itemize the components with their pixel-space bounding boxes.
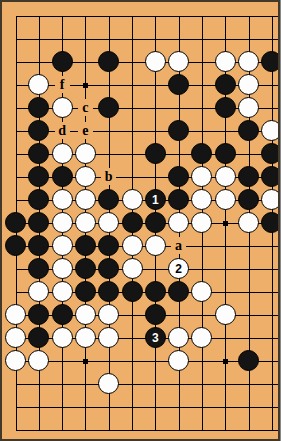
hoshi-point — [223, 359, 228, 364]
white-stone — [122, 258, 143, 279]
black-stone — [145, 304, 166, 325]
point-label-a: a — [171, 237, 186, 254]
black-stone — [215, 97, 236, 118]
white-stone — [98, 327, 119, 348]
black-stone — [52, 304, 73, 325]
black-stone — [28, 189, 49, 210]
move-number-stone-1: 1 — [145, 189, 166, 210]
white-stone — [215, 189, 236, 210]
white-stone — [98, 304, 119, 325]
black-stone — [52, 51, 73, 72]
black-stone — [145, 143, 166, 164]
white-stone — [28, 350, 49, 371]
black-stone — [28, 120, 49, 141]
white-stone — [215, 304, 236, 325]
black-stone — [28, 304, 49, 325]
white-stone — [238, 74, 259, 95]
hoshi-point — [83, 83, 88, 88]
black-stone — [168, 120, 189, 141]
black-stone — [5, 212, 26, 233]
white-stone — [191, 189, 212, 210]
white-stone — [145, 51, 166, 72]
white-stone — [238, 97, 259, 118]
point-label-d: d — [55, 122, 70, 139]
hoshi-point — [223, 221, 228, 226]
black-stone — [168, 166, 189, 187]
black-stone — [75, 258, 96, 279]
white-stone — [52, 189, 73, 210]
black-stone — [98, 97, 119, 118]
black-stone — [261, 212, 280, 233]
grid-line-horizontal — [16, 430, 281, 431]
move-number-stone-3: 3 — [145, 327, 166, 348]
point-label-f: f — [55, 76, 70, 93]
black-stone — [238, 166, 259, 187]
white-stone — [145, 235, 166, 256]
white-stone — [52, 143, 73, 164]
white-stone — [191, 327, 212, 348]
black-stone — [261, 166, 280, 187]
white-stone — [75, 327, 96, 348]
white-stone — [75, 189, 96, 210]
black-stone — [168, 281, 189, 302]
black-stone — [168, 74, 189, 95]
black-stone — [98, 51, 119, 72]
black-stone — [98, 235, 119, 256]
black-stone — [28, 143, 49, 164]
white-stone — [168, 327, 189, 348]
black-stone — [28, 97, 49, 118]
black-stone — [122, 212, 143, 233]
black-stone — [5, 235, 26, 256]
black-stone — [168, 189, 189, 210]
black-stone — [238, 350, 259, 371]
white-stone — [5, 327, 26, 348]
white-stone — [75, 304, 96, 325]
grid-line-horizontal — [16, 39, 281, 40]
white-stone — [5, 350, 26, 371]
white-stone — [52, 235, 73, 256]
point-label-b: b — [101, 168, 116, 185]
black-stone — [145, 281, 166, 302]
black-stone — [98, 281, 119, 302]
white-stone — [122, 235, 143, 256]
white-stone — [98, 373, 119, 394]
point-label-c: c — [78, 99, 93, 116]
white-stone — [168, 212, 189, 233]
black-stone — [98, 189, 119, 210]
black-stone — [238, 120, 259, 141]
white-stone — [215, 51, 236, 72]
black-stone — [238, 189, 259, 210]
white-stone — [52, 97, 73, 118]
white-stone — [52, 258, 73, 279]
grid-line-horizontal — [16, 407, 281, 408]
white-stone — [98, 212, 119, 233]
black-stone — [215, 143, 236, 164]
black-stone — [98, 258, 119, 279]
white-stone — [261, 189, 280, 210]
black-stone — [145, 212, 166, 233]
white-stone — [191, 281, 212, 302]
white-stone — [122, 189, 143, 210]
white-stone — [238, 51, 259, 72]
black-stone — [28, 166, 49, 187]
white-stone — [168, 350, 189, 371]
black-stone — [28, 258, 49, 279]
point-label-e: e — [78, 122, 93, 139]
black-stone — [75, 235, 96, 256]
go-board-diagram: 123fcdeba — [0, 0, 280, 441]
white-stone — [28, 74, 49, 95]
black-stone — [28, 327, 49, 348]
white-stone — [215, 166, 236, 187]
black-stone — [215, 74, 236, 95]
white-stone — [52, 281, 73, 302]
white-stone — [168, 51, 189, 72]
black-stone — [28, 235, 49, 256]
black-stone — [52, 166, 73, 187]
black-stone — [261, 51, 280, 72]
black-stone — [191, 143, 212, 164]
white-stone — [191, 166, 212, 187]
white-stone — [52, 212, 73, 233]
white-stone — [75, 143, 96, 164]
white-stone — [52, 327, 73, 348]
grid-line-horizontal — [16, 384, 281, 385]
white-stone — [261, 120, 280, 141]
white-stone — [75, 166, 96, 187]
white-stone — [75, 212, 96, 233]
black-stone — [122, 281, 143, 302]
move-number-stone-2: 2 — [168, 258, 189, 279]
black-stone — [75, 281, 96, 302]
hoshi-point — [83, 359, 88, 364]
white-stone — [191, 212, 212, 233]
white-stone — [28, 281, 49, 302]
black-stone — [28, 212, 49, 233]
black-stone — [261, 143, 280, 164]
white-stone — [238, 212, 259, 233]
grid-line-horizontal — [16, 16, 281, 17]
white-stone — [5, 304, 26, 325]
